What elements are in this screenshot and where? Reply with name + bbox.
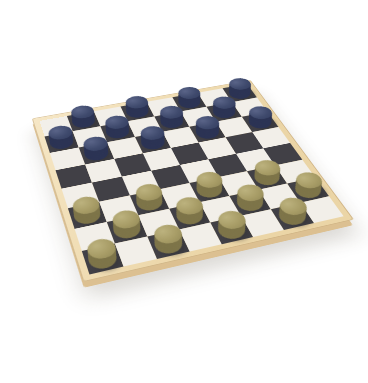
square-r1c0 (45, 131, 79, 153)
checker-piece-olive[interactable] (86, 247, 119, 272)
checker-piece-navy[interactable] (193, 124, 222, 141)
checker-piece-navy[interactable] (48, 133, 75, 150)
checkers-board (32, 80, 354, 282)
checker-piece-olive[interactable] (233, 192, 266, 213)
square-r2c2 (107, 137, 143, 159)
checker-piece-olive[interactable] (275, 205, 310, 227)
board-wooden-frame (32, 80, 354, 282)
checker-piece-navy[interactable] (139, 134, 168, 151)
square-r2c1 (79, 142, 115, 164)
board-grid (39, 84, 343, 274)
checker-piece-olive[interactable] (215, 219, 249, 242)
checker-piece-olive[interactable] (193, 180, 225, 200)
checker-piece-olive[interactable] (173, 205, 206, 227)
square-r6c1 (107, 215, 148, 243)
checkers-product-photo (0, 0, 368, 383)
checker-piece-olive[interactable] (152, 232, 186, 256)
checker-piece-olive[interactable] (251, 168, 283, 187)
checker-piece-navy[interactable] (82, 144, 110, 162)
